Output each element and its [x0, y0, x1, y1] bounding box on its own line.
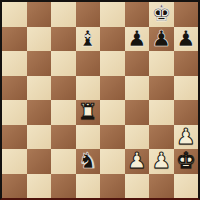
square-b6[interactable] — [27, 51, 52, 76]
square-h2[interactable]: ♚ — [174, 149, 199, 174]
piece-black-king-g8[interactable]: ♚ — [151, 2, 171, 26]
square-b7[interactable] — [27, 27, 52, 52]
square-d8[interactable] — [76, 2, 101, 27]
square-f7[interactable]: ♟ — [125, 27, 150, 52]
square-c3[interactable] — [51, 125, 76, 150]
square-e4[interactable] — [100, 100, 125, 125]
square-h4[interactable] — [174, 100, 199, 125]
piece-black-knight-d2[interactable]: ♞ — [78, 149, 98, 173]
square-b3[interactable] — [27, 125, 52, 150]
square-e8[interactable] — [100, 2, 125, 27]
square-f5[interactable] — [125, 76, 150, 101]
square-f3[interactable] — [125, 125, 150, 150]
square-a5[interactable] — [2, 76, 27, 101]
square-h7[interactable]: ♟ — [174, 27, 199, 52]
piece-black-bishop-d7[interactable]: ♝ — [78, 27, 98, 51]
square-g2[interactable]: ♟ — [149, 149, 174, 174]
chess-board: ♚♝♟♟♟♜♟♞♟♟♚ — [2, 2, 198, 198]
piece-white-pawn-g2[interactable]: ♟ — [151, 149, 171, 173]
square-a3[interactable] — [2, 125, 27, 150]
square-b1[interactable] — [27, 174, 52, 199]
square-a1[interactable] — [2, 174, 27, 199]
square-e6[interactable] — [100, 51, 125, 76]
square-c7[interactable] — [51, 27, 76, 52]
square-d7[interactable]: ♝ — [76, 27, 101, 52]
square-h3[interactable]: ♟ — [174, 125, 199, 150]
square-f8[interactable] — [125, 2, 150, 27]
square-c6[interactable] — [51, 51, 76, 76]
square-e5[interactable] — [100, 76, 125, 101]
piece-white-rook-d4[interactable]: ♜ — [78, 100, 98, 124]
piece-white-king-h2[interactable]: ♚ — [176, 149, 196, 173]
square-g7[interactable]: ♟ — [149, 27, 174, 52]
square-f2[interactable]: ♟ — [125, 149, 150, 174]
square-e7[interactable] — [100, 27, 125, 52]
square-h5[interactable] — [174, 76, 199, 101]
square-d4[interactable]: ♜ — [76, 100, 101, 125]
square-a2[interactable] — [2, 149, 27, 174]
square-d5[interactable] — [76, 76, 101, 101]
square-d6[interactable] — [76, 51, 101, 76]
piece-black-pawn-g7[interactable]: ♟ — [151, 27, 171, 51]
square-g6[interactable] — [149, 51, 174, 76]
square-f6[interactable] — [125, 51, 150, 76]
square-d3[interactable] — [76, 125, 101, 150]
piece-black-pawn-f7[interactable]: ♟ — [127, 27, 147, 51]
square-c1[interactable] — [51, 174, 76, 199]
piece-black-pawn-h7[interactable]: ♟ — [176, 27, 196, 51]
square-d1[interactable] — [76, 174, 101, 199]
square-c8[interactable] — [51, 2, 76, 27]
square-e2[interactable] — [100, 149, 125, 174]
square-a7[interactable] — [2, 27, 27, 52]
square-g1[interactable] — [149, 174, 174, 199]
square-g4[interactable] — [149, 100, 174, 125]
square-d2[interactable]: ♞ — [76, 149, 101, 174]
square-c2[interactable] — [51, 149, 76, 174]
square-b2[interactable] — [27, 149, 52, 174]
square-c4[interactable] — [51, 100, 76, 125]
chess-board-frame: ♚♝♟♟♟♜♟♞♟♟♚ — [0, 0, 200, 200]
square-a8[interactable] — [2, 2, 27, 27]
square-h6[interactable] — [174, 51, 199, 76]
square-h1[interactable] — [174, 174, 199, 199]
square-a6[interactable] — [2, 51, 27, 76]
piece-white-pawn-h3[interactable]: ♟ — [176, 125, 196, 149]
square-e1[interactable] — [100, 174, 125, 199]
square-e3[interactable] — [100, 125, 125, 150]
square-h8[interactable] — [174, 2, 199, 27]
square-f4[interactable] — [125, 100, 150, 125]
square-c5[interactable] — [51, 76, 76, 101]
square-a4[interactable] — [2, 100, 27, 125]
square-g5[interactable] — [149, 76, 174, 101]
square-g3[interactable] — [149, 125, 174, 150]
piece-white-pawn-f2[interactable]: ♟ — [127, 149, 147, 173]
square-b4[interactable] — [27, 100, 52, 125]
square-g8[interactable]: ♚ — [149, 2, 174, 27]
square-b5[interactable] — [27, 76, 52, 101]
square-b8[interactable] — [27, 2, 52, 27]
square-f1[interactable] — [125, 174, 150, 199]
